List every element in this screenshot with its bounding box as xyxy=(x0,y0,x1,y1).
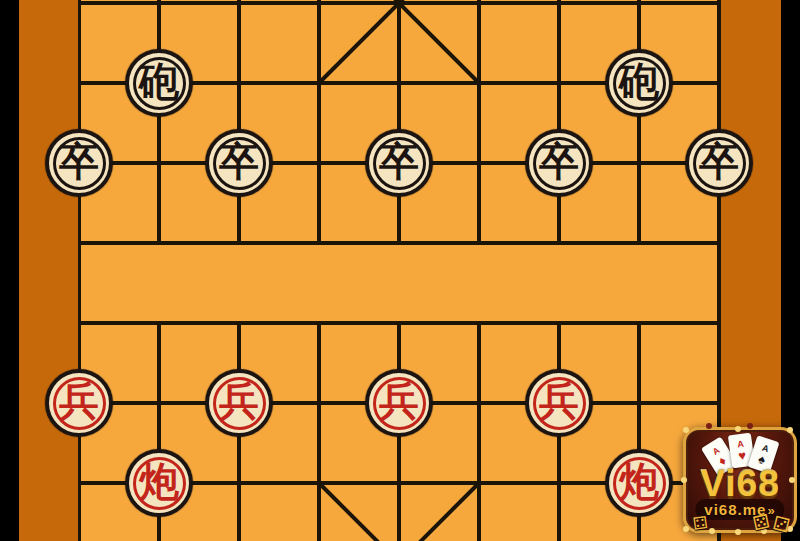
piece-inner-ring: 炮 xyxy=(133,457,186,510)
black-soldier[interactable]: 卒 xyxy=(365,129,433,197)
piece-glyph: 炮 xyxy=(139,462,179,502)
piece-inner-ring: 兵 xyxy=(53,377,106,430)
piece-glyph: 兵 xyxy=(379,382,419,422)
piece-inner-ring: 卒 xyxy=(373,137,426,190)
red-soldier[interactable]: 兵 xyxy=(365,369,433,437)
piece-inner-ring: 炮 xyxy=(613,457,666,510)
piece-glyph: 兵 xyxy=(219,382,259,422)
piece-glyph: 卒 xyxy=(59,142,99,182)
red-cannon[interactable]: 炮 xyxy=(125,449,193,517)
pieces-layer: 砲砲卒卒卒卒卒兵兵兵兵炮炮 xyxy=(0,0,800,541)
vi68-watermark: A ♦ A ♥ A ♠ Vi68 vi68.me» ⚃ ⚄ ⚂ xyxy=(683,427,797,533)
screenshot-root: 砲砲卒卒卒卒卒兵兵兵兵炮炮 A ♦ A ♥ A ♠ Vi68 vi68.me» … xyxy=(0,0,800,541)
black-soldier[interactable]: 卒 xyxy=(205,129,273,197)
black-soldier[interactable]: 卒 xyxy=(685,129,753,197)
dice-icon: ⚃ xyxy=(692,514,709,533)
piece-glyph: 卒 xyxy=(379,142,419,182)
black-cannon[interactable]: 砲 xyxy=(125,49,193,117)
piece-glyph: 砲 xyxy=(139,62,179,102)
red-cannon[interactable]: 炮 xyxy=(605,449,673,517)
piece-glyph: 卒 xyxy=(219,142,259,182)
piece-inner-ring: 兵 xyxy=(373,377,426,430)
piece-inner-ring: 砲 xyxy=(613,57,666,110)
piece-inner-ring: 卒 xyxy=(213,137,266,190)
piece-glyph: 砲 xyxy=(619,62,659,102)
piece-inner-ring: 兵 xyxy=(533,377,586,430)
black-cannon[interactable]: 砲 xyxy=(605,49,673,117)
dice-icon: ⚄ xyxy=(752,511,772,533)
piece-inner-ring: 卒 xyxy=(693,137,746,190)
piece-glyph: 炮 xyxy=(619,462,659,502)
piece-glyph: 卒 xyxy=(539,142,579,182)
logo-site-url: vi68.me» xyxy=(695,499,784,520)
piece-inner-ring: 兵 xyxy=(213,377,266,430)
black-soldier[interactable]: 卒 xyxy=(45,129,113,197)
piece-inner-ring: 卒 xyxy=(53,137,106,190)
piece-inner-ring: 卒 xyxy=(533,137,586,190)
logo-bulb-icons-dark xyxy=(706,423,712,429)
red-soldier[interactable]: 兵 xyxy=(45,369,113,437)
piece-glyph: 兵 xyxy=(59,382,99,422)
piece-glyph: 兵 xyxy=(539,382,579,422)
red-soldier[interactable]: 兵 xyxy=(525,369,593,437)
red-soldier[interactable]: 兵 xyxy=(205,369,273,437)
piece-inner-ring: 砲 xyxy=(133,57,186,110)
black-soldier[interactable]: 卒 xyxy=(525,129,593,197)
piece-glyph: 卒 xyxy=(699,142,739,182)
